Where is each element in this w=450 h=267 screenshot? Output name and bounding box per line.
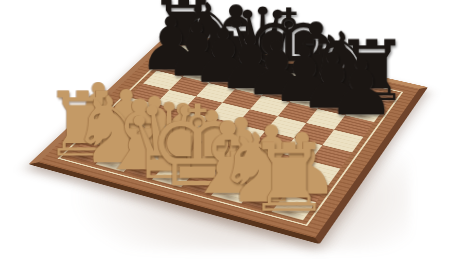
square-h1[interactable]: ♜ <box>272 194 316 220</box>
chess-set-photo: ♜♞♝♛♚♝♞♜♟♟♟♟♟♟♟♟♟♟♟♟♟♟♟♟♜♞♝♛♚♝♞♜ <box>0 0 450 267</box>
piece-white-rook-h1[interactable]: ♜ <box>246 130 331 225</box>
piece-black-pawn-h7[interactable]: ♟ <box>326 49 395 126</box>
